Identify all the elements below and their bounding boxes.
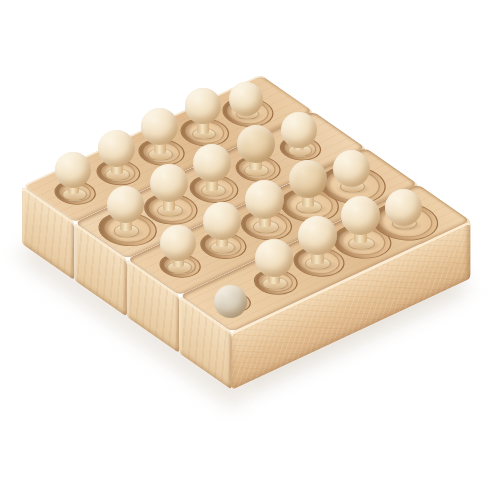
knob-ball [150,164,188,202]
knob-ball [245,180,284,219]
knob-ball [298,216,337,255]
knob-ball [289,160,327,198]
knob-ball [237,125,275,163]
knob-ball [385,189,422,226]
knob-ball [229,82,263,116]
knob-ball [185,88,221,124]
knob-ball [203,202,241,240]
knob-ball [333,150,370,187]
knob-ball [98,130,135,167]
knob-ball [255,239,293,277]
knob-ball [193,144,231,182]
knob-ball [281,112,317,148]
product-photo-stage [0,0,500,500]
knob-ball [341,196,380,235]
knob-ball [141,108,178,145]
